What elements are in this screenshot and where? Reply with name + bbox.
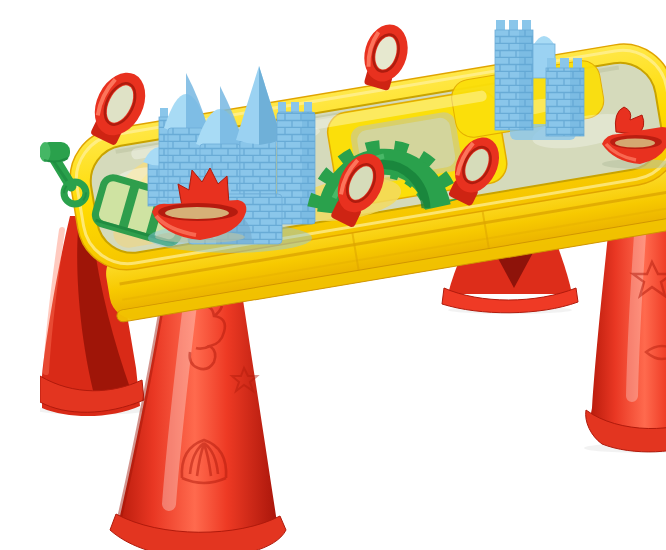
product-photo: Product photo of a children's plastic sa… xyxy=(40,16,666,550)
